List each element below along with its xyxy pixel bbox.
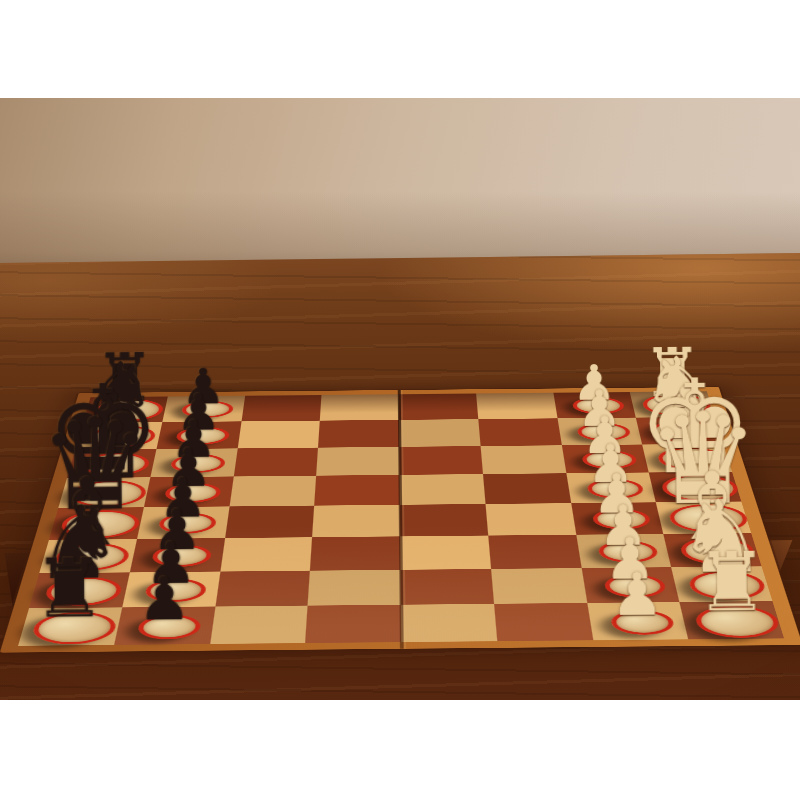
board-scene: ♜♟♟♜♞♟♟♞♝♟♟♝♚♟♟♚♛♟♟♛♝♟♟♝♞♟♟♞♜♟♟♜ xyxy=(0,344,800,697)
rook-glyph: ♜ xyxy=(645,544,800,623)
chess-board: ♜♟♟♜♞♟♟♞♝♟♟♝♚♟♟♚♛♟♟♛♝♟♟♝♞♟♟♞♜♟♟♜ xyxy=(0,387,800,653)
wall-background xyxy=(0,98,800,268)
pieces-layer: ♜♟♟♜♞♟♟♞♝♟♟♝♚♟♟♚♛♟♟♛♝♟♟♝♞♟♟♞♜♟♟♜ xyxy=(18,391,784,646)
rook-glyph: ♜ xyxy=(0,550,156,629)
photograph: ♜♟♟♜♞♟♟♞♝♟♟♝♚♟♟♚♛♟♟♛♝♟♟♝♞♟♟♞♜♟♟♜ xyxy=(0,98,800,700)
